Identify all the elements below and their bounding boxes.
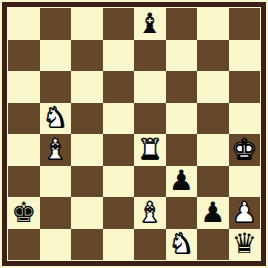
square-a5[interactable] xyxy=(8,103,40,135)
square-c1[interactable] xyxy=(71,229,103,261)
square-d6[interactable] xyxy=(103,71,135,103)
piece-white-knight-b5[interactable]: ♞ xyxy=(43,104,68,132)
piece-white-rook-e4[interactable]: ♜ xyxy=(137,136,162,164)
square-e4[interactable]: ♜ xyxy=(134,134,166,166)
square-g8[interactable] xyxy=(197,8,229,40)
chess-board-frame: ♝♞♝♜♚♟♚♝♟♟♞♛ xyxy=(0,0,268,268)
square-d2[interactable] xyxy=(103,197,135,229)
square-d5[interactable] xyxy=(103,103,135,135)
square-b8[interactable] xyxy=(40,8,72,40)
square-c4[interactable] xyxy=(71,134,103,166)
square-f8[interactable] xyxy=(166,8,198,40)
square-h1[interactable]: ♛ xyxy=(229,229,261,261)
square-e6[interactable] xyxy=(134,71,166,103)
square-c2[interactable] xyxy=(71,197,103,229)
square-h8[interactable] xyxy=(229,8,261,40)
square-g3[interactable] xyxy=(197,166,229,198)
square-h2[interactable]: ♟ xyxy=(229,197,261,229)
square-g6[interactable] xyxy=(197,71,229,103)
square-e5[interactable] xyxy=(134,103,166,135)
square-a6[interactable] xyxy=(8,71,40,103)
square-e1[interactable] xyxy=(134,229,166,261)
square-a3[interactable] xyxy=(8,166,40,198)
square-b2[interactable] xyxy=(40,197,72,229)
piece-white-knight-f1[interactable]: ♞ xyxy=(169,230,194,258)
piece-white-pawn-h2[interactable]: ♟ xyxy=(232,199,257,227)
chess-board-inner-frame: ♝♞♝♜♚♟♚♝♟♟♞♛ xyxy=(2,2,266,266)
square-a7[interactable] xyxy=(8,40,40,72)
square-b7[interactable] xyxy=(40,40,72,72)
square-e8[interactable]: ♝ xyxy=(134,8,166,40)
square-b6[interactable] xyxy=(40,71,72,103)
square-f6[interactable] xyxy=(166,71,198,103)
square-d7[interactable] xyxy=(103,40,135,72)
square-b3[interactable] xyxy=(40,166,72,198)
square-h7[interactable] xyxy=(229,40,261,72)
square-b5[interactable]: ♞ xyxy=(40,103,72,135)
square-c8[interactable] xyxy=(71,8,103,40)
square-g2[interactable]: ♟ xyxy=(197,197,229,229)
piece-black-queen-h1[interactable]: ♛ xyxy=(232,230,257,258)
square-h4[interactable]: ♚ xyxy=(229,134,261,166)
square-f5[interactable] xyxy=(166,103,198,135)
square-a4[interactable] xyxy=(8,134,40,166)
square-c7[interactable] xyxy=(71,40,103,72)
square-b1[interactable] xyxy=(40,229,72,261)
piece-black-bishop-e8[interactable]: ♝ xyxy=(137,10,162,38)
square-g7[interactable] xyxy=(197,40,229,72)
square-a8[interactable] xyxy=(8,8,40,40)
square-b4[interactable]: ♝ xyxy=(40,134,72,166)
square-a2[interactable]: ♚ xyxy=(8,197,40,229)
piece-black-pawn-g2[interactable]: ♟ xyxy=(200,199,225,227)
square-g4[interactable] xyxy=(197,134,229,166)
piece-black-king-a2[interactable]: ♚ xyxy=(11,199,36,227)
square-d1[interactable] xyxy=(103,229,135,261)
piece-white-bishop-b4[interactable]: ♝ xyxy=(43,136,68,164)
square-h6[interactable] xyxy=(229,71,261,103)
square-f4[interactable] xyxy=(166,134,198,166)
square-e3[interactable] xyxy=(134,166,166,198)
chess-board: ♝♞♝♜♚♟♚♝♟♟♞♛ xyxy=(8,8,260,260)
square-c6[interactable] xyxy=(71,71,103,103)
square-f2[interactable] xyxy=(166,197,198,229)
square-g1[interactable] xyxy=(197,229,229,261)
square-c5[interactable] xyxy=(71,103,103,135)
square-d4[interactable] xyxy=(103,134,135,166)
square-f3[interactable]: ♟ xyxy=(166,166,198,198)
square-f1[interactable]: ♞ xyxy=(166,229,198,261)
piece-white-king-h4[interactable]: ♚ xyxy=(232,136,257,164)
square-g5[interactable] xyxy=(197,103,229,135)
square-h5[interactable] xyxy=(229,103,261,135)
piece-black-pawn-f3[interactable]: ♟ xyxy=(169,167,194,195)
square-d8[interactable] xyxy=(103,8,135,40)
square-f7[interactable] xyxy=(166,40,198,72)
square-e7[interactable] xyxy=(134,40,166,72)
square-e2[interactable]: ♝ xyxy=(134,197,166,229)
piece-white-bishop-e2[interactable]: ♝ xyxy=(137,199,162,227)
square-h3[interactable] xyxy=(229,166,261,198)
square-c3[interactable] xyxy=(71,166,103,198)
square-a1[interactable] xyxy=(8,229,40,261)
square-d3[interactable] xyxy=(103,166,135,198)
